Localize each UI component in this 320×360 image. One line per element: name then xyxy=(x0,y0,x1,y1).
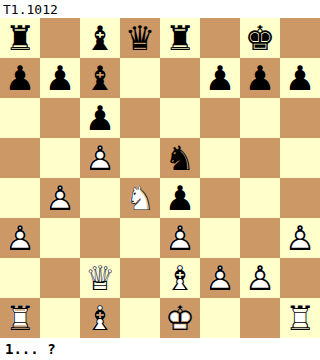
square-g5[interactable] xyxy=(240,138,280,178)
black-knight-icon: ♞ xyxy=(160,138,200,178)
title-bar: T1.1012 xyxy=(0,0,320,18)
square-a6[interactable] xyxy=(0,98,40,138)
black-pawn-icon: ♟ xyxy=(40,58,80,98)
white-pawn-icon: ♙ xyxy=(40,178,80,218)
footer-bar: 1... ? xyxy=(0,338,320,360)
square-d1[interactable] xyxy=(120,298,160,338)
square-a8[interactable]: ♜ xyxy=(0,18,40,58)
square-b7[interactable]: ♟ xyxy=(40,58,80,98)
square-a4[interactable] xyxy=(0,178,40,218)
square-h7[interactable]: ♟ xyxy=(280,58,320,98)
white-pawn-icon: ♙ xyxy=(240,258,280,298)
black-bishop-icon: ♝ xyxy=(80,18,120,58)
square-e8[interactable]: ♜ xyxy=(160,18,200,58)
square-c6[interactable]: ♟ xyxy=(80,98,120,138)
move-prompt: 1... ? xyxy=(5,341,56,357)
white-pawn-icon: ♙ xyxy=(0,218,40,258)
chess-puzzle-diagram: T1.1012 ♜♝♛♜♚♟♟♝♟♟♟♟♟♙♞♟♙♞♘♟♟♙♟♙♟♙♛♕♝♗♟♙… xyxy=(0,0,320,360)
square-e6[interactable] xyxy=(160,98,200,138)
white-rook-icon: ♖ xyxy=(280,298,320,338)
black-pawn-icon: ♟ xyxy=(200,58,240,98)
white-pawn-icon: ♙ xyxy=(160,218,200,258)
square-f6[interactable] xyxy=(200,98,240,138)
white-pawn-icon: ♙ xyxy=(280,218,320,258)
square-b8[interactable] xyxy=(40,18,80,58)
white-bishop-icon: ♗ xyxy=(160,258,200,298)
black-pawn-icon: ♟ xyxy=(80,98,120,138)
square-h6[interactable] xyxy=(280,98,320,138)
square-e2[interactable]: ♝♗ xyxy=(160,258,200,298)
square-c2[interactable]: ♛♕ xyxy=(80,258,120,298)
black-pawn-icon: ♟ xyxy=(280,58,320,98)
square-g6[interactable] xyxy=(240,98,280,138)
square-g1[interactable] xyxy=(240,298,280,338)
square-b3[interactable] xyxy=(40,218,80,258)
square-f8[interactable] xyxy=(200,18,240,58)
square-h2[interactable] xyxy=(280,258,320,298)
square-d2[interactable] xyxy=(120,258,160,298)
square-e4[interactable]: ♟ xyxy=(160,178,200,218)
square-c8[interactable]: ♝ xyxy=(80,18,120,58)
square-d4[interactable]: ♞♘ xyxy=(120,178,160,218)
square-h5[interactable] xyxy=(280,138,320,178)
square-h3[interactable]: ♟♙ xyxy=(280,218,320,258)
square-d8[interactable]: ♛ xyxy=(120,18,160,58)
square-f3[interactable] xyxy=(200,218,240,258)
white-king-icon: ♔ xyxy=(160,298,200,338)
square-c3[interactable] xyxy=(80,218,120,258)
square-c4[interactable] xyxy=(80,178,120,218)
square-a3[interactable]: ♟♙ xyxy=(0,218,40,258)
square-d3[interactable] xyxy=(120,218,160,258)
square-b6[interactable] xyxy=(40,98,80,138)
square-d6[interactable] xyxy=(120,98,160,138)
square-a2[interactable] xyxy=(0,258,40,298)
square-e1[interactable]: ♚♔ xyxy=(160,298,200,338)
black-king-icon: ♚ xyxy=(240,18,280,58)
white-pawn-icon: ♙ xyxy=(80,138,120,178)
square-e5[interactable]: ♞ xyxy=(160,138,200,178)
white-rook-icon: ♖ xyxy=(0,298,40,338)
square-a5[interactable] xyxy=(0,138,40,178)
square-h1[interactable]: ♜♖ xyxy=(280,298,320,338)
square-f1[interactable] xyxy=(200,298,240,338)
black-pawn-icon: ♟ xyxy=(0,58,40,98)
square-g8[interactable]: ♚ xyxy=(240,18,280,58)
square-c1[interactable]: ♝♗ xyxy=(80,298,120,338)
black-bishop-icon: ♝ xyxy=(80,58,120,98)
square-d7[interactable] xyxy=(120,58,160,98)
square-f5[interactable] xyxy=(200,138,240,178)
black-pawn-icon: ♟ xyxy=(160,178,200,218)
square-b2[interactable] xyxy=(40,258,80,298)
square-h4[interactable] xyxy=(280,178,320,218)
square-b5[interactable] xyxy=(40,138,80,178)
square-a1[interactable]: ♜♖ xyxy=(0,298,40,338)
square-f4[interactable] xyxy=(200,178,240,218)
square-g2[interactable]: ♟♙ xyxy=(240,258,280,298)
puzzle-id: T1.1012 xyxy=(3,2,58,17)
square-f7[interactable]: ♟ xyxy=(200,58,240,98)
square-e3[interactable]: ♟♙ xyxy=(160,218,200,258)
square-b1[interactable] xyxy=(40,298,80,338)
black-queen-icon: ♛ xyxy=(120,18,160,58)
square-b4[interactable]: ♟♙ xyxy=(40,178,80,218)
square-a7[interactable]: ♟ xyxy=(0,58,40,98)
black-pawn-icon: ♟ xyxy=(240,58,280,98)
white-bishop-icon: ♗ xyxy=(80,298,120,338)
square-e7[interactable] xyxy=(160,58,200,98)
chess-board: ♜♝♛♜♚♟♟♝♟♟♟♟♟♙♞♟♙♞♘♟♟♙♟♙♟♙♛♕♝♗♟♙♟♙♜♖♝♗♚♔… xyxy=(0,18,320,338)
square-g3[interactable] xyxy=(240,218,280,258)
black-rook-icon: ♜ xyxy=(160,18,200,58)
square-c7[interactable]: ♝ xyxy=(80,58,120,98)
square-c5[interactable]: ♟♙ xyxy=(80,138,120,178)
square-f2[interactable]: ♟♙ xyxy=(200,258,240,298)
square-h8[interactable] xyxy=(280,18,320,58)
square-g4[interactable] xyxy=(240,178,280,218)
white-pawn-icon: ♙ xyxy=(200,258,240,298)
white-knight-icon: ♘ xyxy=(120,178,160,218)
square-g7[interactable]: ♟ xyxy=(240,58,280,98)
black-rook-icon: ♜ xyxy=(0,18,40,58)
square-d5[interactable] xyxy=(120,138,160,178)
white-queen-icon: ♕ xyxy=(80,258,120,298)
